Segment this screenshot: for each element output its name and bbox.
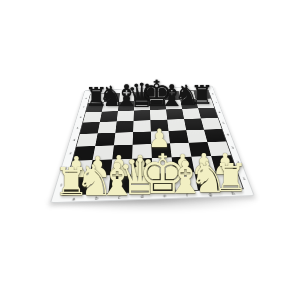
coord-label-file-c: c <box>107 192 130 202</box>
square-d1 <box>131 174 153 193</box>
square-b5 <box>98 121 117 133</box>
square-d6 <box>134 110 151 121</box>
square-f6 <box>166 109 184 120</box>
square-d2 <box>131 158 152 174</box>
square-c5 <box>115 121 133 133</box>
square-b1 <box>86 175 110 194</box>
square-f5 <box>167 119 186 131</box>
square-d4 <box>133 132 152 145</box>
square-b6 <box>100 111 118 122</box>
square-b2 <box>89 159 112 176</box>
square-e4 <box>151 131 170 144</box>
square-c3 <box>112 145 132 160</box>
chess-board: 8877665544332211abcdefgh <box>50 86 255 203</box>
square-c2 <box>110 159 132 175</box>
coord-label-file-a: a <box>61 194 86 204</box>
square-e6 <box>150 109 167 120</box>
square-c1 <box>108 174 131 193</box>
coord-label-file-h: h <box>220 188 245 198</box>
square-e2 <box>152 157 174 173</box>
coord-label-file-e: e <box>153 191 176 201</box>
product-photo: 8877665544332211abcdefgh ♜♞♝♛♚♝♞♜♟♟♟♟♟♟♟… <box>0 0 300 300</box>
square-c6 <box>117 111 134 122</box>
square-b3 <box>93 145 114 160</box>
square-e5 <box>150 120 168 132</box>
square-d3 <box>132 144 152 159</box>
coord-label-file-f: f <box>176 190 200 200</box>
square-b4 <box>95 133 115 146</box>
square-e3 <box>151 143 171 158</box>
coord-label-file-g: g <box>198 189 223 199</box>
coord-label-file-d: d <box>130 192 153 202</box>
square-d5 <box>133 120 151 132</box>
coord-label-file-b: b <box>84 193 108 203</box>
square-c4 <box>114 132 133 145</box>
square-e1 <box>152 173 175 192</box>
